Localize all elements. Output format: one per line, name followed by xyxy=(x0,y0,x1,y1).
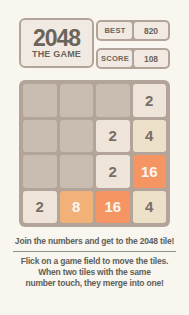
board[interactable]: 22421628164 xyxy=(19,80,170,227)
empty-cell xyxy=(60,155,94,188)
empty-cell xyxy=(23,155,57,188)
tile-16: 16 xyxy=(133,155,167,188)
tile-2: 2 xyxy=(96,155,130,188)
empty-cell xyxy=(96,84,130,117)
instruction-line: Flick on a game field to move the tiles. xyxy=(0,256,189,267)
empty-cell xyxy=(60,120,94,153)
logo: 2048 THE GAME xyxy=(19,18,94,68)
score-panel: BEST 820 SCORE 108 xyxy=(96,20,170,69)
score-row: SCORE 108 xyxy=(96,48,170,69)
empty-cell xyxy=(23,84,57,117)
instruction-line: When two tiles with the same xyxy=(0,267,189,278)
score-value: 108 xyxy=(134,50,168,67)
tile-4: 4 xyxy=(133,191,167,224)
instructions: Flick on a game field to move the tiles.… xyxy=(0,256,189,289)
logo-title: 2048 xyxy=(33,27,80,49)
tile-2: 2 xyxy=(133,84,167,117)
score-label: SCORE xyxy=(98,50,132,67)
empty-cell xyxy=(23,120,57,153)
divider xyxy=(13,251,176,252)
game-screen: 2048 THE GAME BEST 820 SCORE 108 2242162… xyxy=(0,0,189,315)
tile-4: 4 xyxy=(133,120,167,153)
tile-8: 8 xyxy=(60,191,94,224)
instruction-line: number touch, they merge into one! xyxy=(0,278,189,289)
tagline: Join the numbers and get to the 2048 til… xyxy=(0,236,189,246)
best-label: BEST xyxy=(98,22,132,39)
best-value: 820 xyxy=(134,22,168,39)
empty-cell xyxy=(60,84,94,117)
tile-2: 2 xyxy=(23,191,57,224)
logo-subtitle: THE GAME xyxy=(32,49,81,59)
best-row: BEST 820 xyxy=(96,20,170,41)
header: 2048 THE GAME BEST 820 SCORE 108 xyxy=(0,0,189,69)
tile-2: 2 xyxy=(96,120,130,153)
tile-16: 16 xyxy=(96,191,130,224)
